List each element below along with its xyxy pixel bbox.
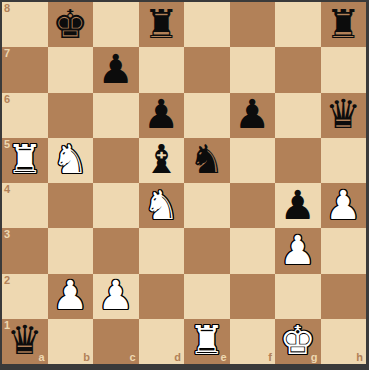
square-b1[interactable]: b bbox=[48, 319, 94, 364]
file-label-d: d bbox=[174, 352, 181, 363]
square-f8[interactable] bbox=[230, 2, 276, 47]
piece-white-knight[interactable]: ♞ bbox=[52, 139, 88, 179]
piece-white-king[interactable]: ♚ bbox=[280, 320, 316, 360]
square-f1[interactable]: f bbox=[230, 319, 276, 364]
square-c8[interactable] bbox=[93, 2, 139, 47]
file-label-b: b bbox=[83, 352, 90, 363]
square-a5[interactable]: 5♜ bbox=[2, 138, 48, 183]
square-f6[interactable]: ♟ bbox=[230, 93, 276, 138]
square-g8[interactable] bbox=[275, 2, 321, 47]
piece-white-pawn[interactable]: ♟ bbox=[98, 275, 134, 315]
square-c5[interactable] bbox=[93, 138, 139, 183]
piece-black-pawn[interactable]: ♟ bbox=[234, 94, 270, 134]
square-d2[interactable] bbox=[139, 274, 185, 319]
rank-label-2: 2 bbox=[4, 275, 10, 286]
square-f5[interactable] bbox=[230, 138, 276, 183]
piece-black-pawn[interactable]: ♟ bbox=[143, 94, 179, 134]
square-d3[interactable] bbox=[139, 228, 185, 273]
square-e8[interactable] bbox=[184, 2, 230, 47]
rank-label-7: 7 bbox=[4, 48, 10, 59]
square-a7[interactable]: 7 bbox=[2, 47, 48, 92]
square-h8[interactable]: ♜ bbox=[321, 2, 367, 47]
square-b5[interactable]: ♞ bbox=[48, 138, 94, 183]
square-b8[interactable]: ♚ bbox=[48, 2, 94, 47]
piece-black-rook[interactable]: ♜ bbox=[325, 4, 361, 44]
square-a8[interactable]: 8 bbox=[2, 2, 48, 47]
square-g4[interactable]: ♟ bbox=[275, 183, 321, 228]
piece-white-knight[interactable]: ♞ bbox=[143, 185, 179, 225]
square-h7[interactable] bbox=[321, 47, 367, 92]
file-label-f: f bbox=[268, 352, 272, 363]
piece-black-pawn[interactable]: ♟ bbox=[98, 49, 134, 89]
square-c2[interactable]: ♟ bbox=[93, 274, 139, 319]
chess-board-frame: 8♚♜♜7♟6♟♟♛5♜♞♝♞4♞♟♟3♟2♟♟1a♛bcde♜fg♚h bbox=[0, 0, 369, 370]
square-a6[interactable]: 6 bbox=[2, 93, 48, 138]
piece-black-knight[interactable]: ♞ bbox=[189, 139, 225, 179]
square-e7[interactable] bbox=[184, 47, 230, 92]
piece-black-queen[interactable]: ♛ bbox=[325, 94, 361, 134]
file-label-c: c bbox=[129, 352, 135, 363]
square-c1[interactable]: c bbox=[93, 319, 139, 364]
square-d1[interactable]: d bbox=[139, 319, 185, 364]
chess-board: 8♚♜♜7♟6♟♟♛5♜♞♝♞4♞♟♟3♟2♟♟1a♛bcde♜fg♚h bbox=[2, 2, 366, 364]
square-e2[interactable] bbox=[184, 274, 230, 319]
piece-white-pawn[interactable]: ♟ bbox=[325, 185, 361, 225]
piece-black-bishop[interactable]: ♝ bbox=[143, 139, 179, 179]
square-a2[interactable]: 2 bbox=[2, 274, 48, 319]
piece-black-rook[interactable]: ♜ bbox=[143, 4, 179, 44]
square-h6[interactable]: ♛ bbox=[321, 93, 367, 138]
square-e4[interactable] bbox=[184, 183, 230, 228]
piece-white-pawn[interactable]: ♟ bbox=[52, 275, 88, 315]
square-b3[interactable] bbox=[48, 228, 94, 273]
square-g3[interactable]: ♟ bbox=[275, 228, 321, 273]
piece-white-rook[interactable]: ♜ bbox=[7, 139, 43, 179]
square-h2[interactable] bbox=[321, 274, 367, 319]
square-c6[interactable] bbox=[93, 93, 139, 138]
file-label-h: h bbox=[356, 352, 363, 363]
square-c7[interactable]: ♟ bbox=[93, 47, 139, 92]
piece-white-rook[interactable]: ♜ bbox=[189, 320, 225, 360]
square-b6[interactable] bbox=[48, 93, 94, 138]
square-g7[interactable] bbox=[275, 47, 321, 92]
square-e6[interactable] bbox=[184, 93, 230, 138]
square-g2[interactable] bbox=[275, 274, 321, 319]
rank-label-4: 4 bbox=[4, 184, 10, 195]
square-f4[interactable] bbox=[230, 183, 276, 228]
square-f2[interactable] bbox=[230, 274, 276, 319]
square-d7[interactable] bbox=[139, 47, 185, 92]
square-b2[interactable]: ♟ bbox=[48, 274, 94, 319]
square-c3[interactable] bbox=[93, 228, 139, 273]
square-d6[interactable]: ♟ bbox=[139, 93, 185, 138]
square-c4[interactable] bbox=[93, 183, 139, 228]
square-g6[interactable] bbox=[275, 93, 321, 138]
piece-black-queen[interactable]: ♛ bbox=[7, 320, 43, 360]
square-e5[interactable]: ♞ bbox=[184, 138, 230, 183]
square-h1[interactable]: h bbox=[321, 319, 367, 364]
square-e1[interactable]: e♜ bbox=[184, 319, 230, 364]
square-d8[interactable]: ♜ bbox=[139, 2, 185, 47]
rank-label-3: 3 bbox=[4, 229, 10, 240]
square-h3[interactable] bbox=[321, 228, 367, 273]
square-f7[interactable] bbox=[230, 47, 276, 92]
square-a4[interactable]: 4 bbox=[2, 183, 48, 228]
rank-label-6: 6 bbox=[4, 94, 10, 105]
piece-white-pawn[interactable]: ♟ bbox=[280, 230, 316, 270]
square-a1[interactable]: 1a♛ bbox=[2, 319, 48, 364]
square-d5[interactable]: ♝ bbox=[139, 138, 185, 183]
square-g1[interactable]: g♚ bbox=[275, 319, 321, 364]
rank-label-8: 8 bbox=[4, 3, 10, 14]
piece-black-pawn[interactable]: ♟ bbox=[280, 185, 316, 225]
square-e3[interactable] bbox=[184, 228, 230, 273]
square-h5[interactable] bbox=[321, 138, 367, 183]
piece-black-king[interactable]: ♚ bbox=[52, 4, 88, 44]
square-a3[interactable]: 3 bbox=[2, 228, 48, 273]
square-g5[interactable] bbox=[275, 138, 321, 183]
square-d4[interactable]: ♞ bbox=[139, 183, 185, 228]
square-f3[interactable] bbox=[230, 228, 276, 273]
square-h4[interactable]: ♟ bbox=[321, 183, 367, 228]
square-b4[interactable] bbox=[48, 183, 94, 228]
square-b7[interactable] bbox=[48, 47, 94, 92]
